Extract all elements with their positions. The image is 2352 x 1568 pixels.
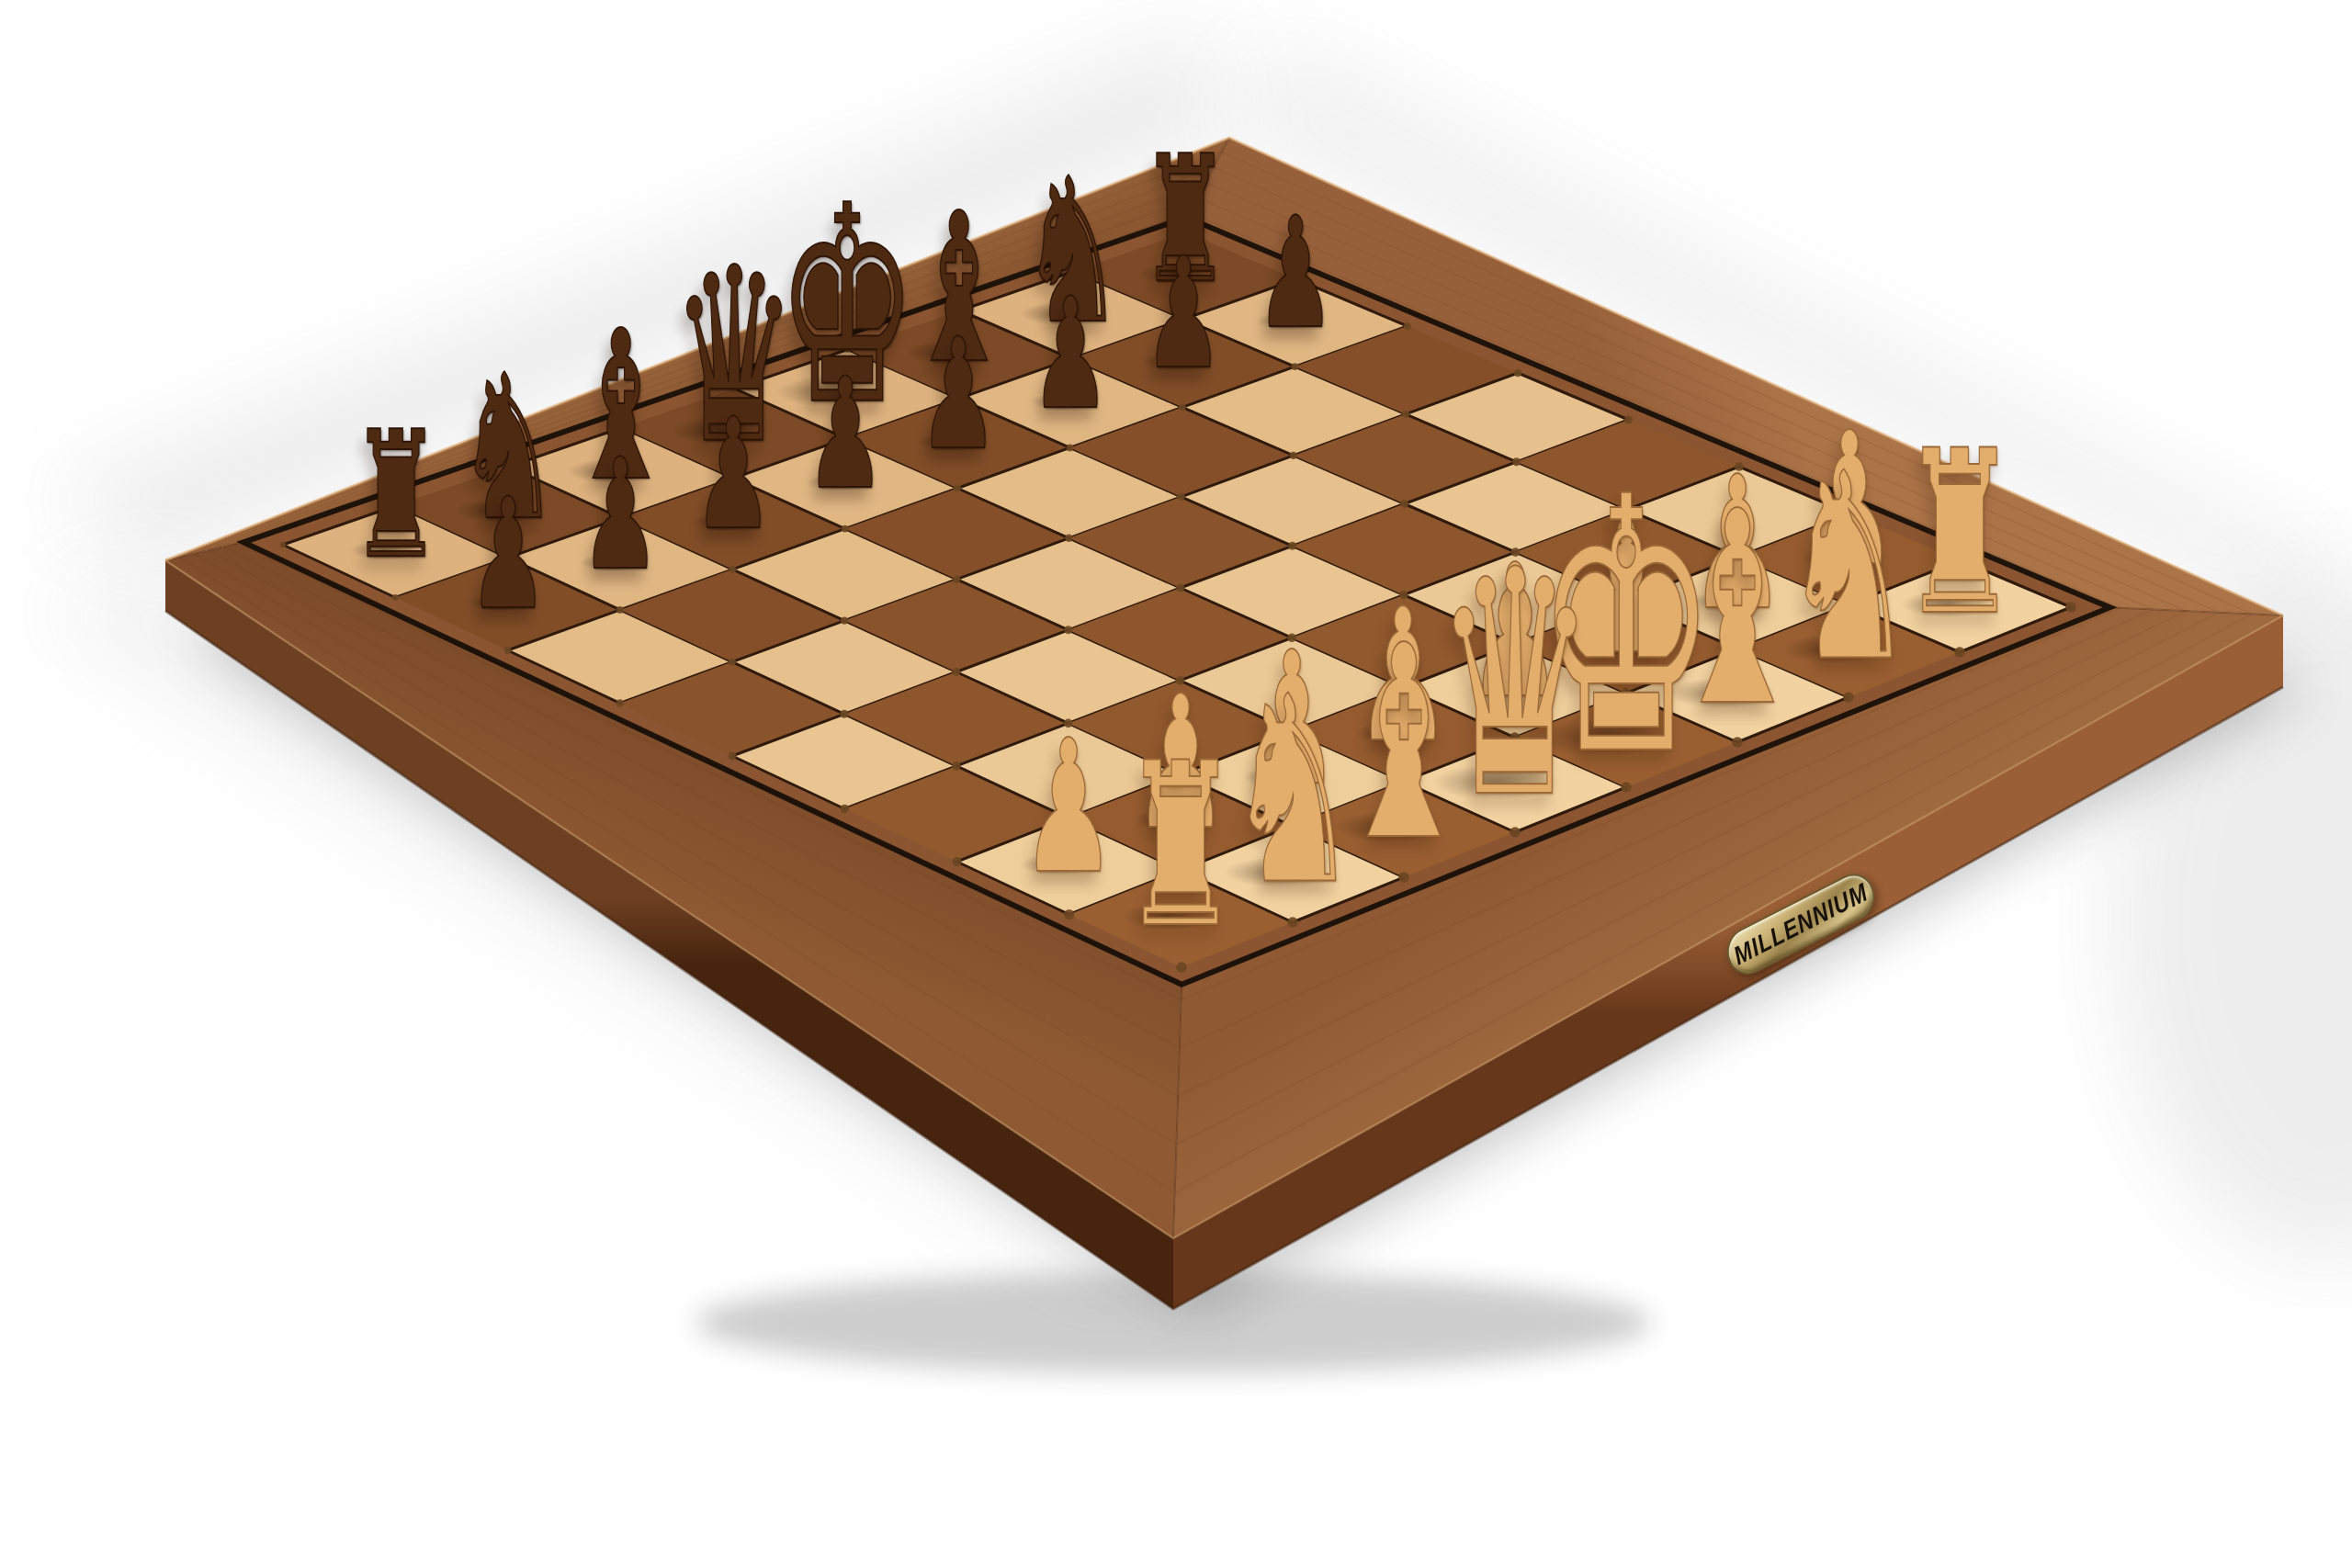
sensor-dot: [1177, 493, 1184, 501]
black-rook-a8[interactable]: ♜: [350, 408, 441, 583]
sensor-dot: [952, 668, 960, 676]
sensor-dot: [953, 576, 960, 583]
sensor-dot: [1179, 403, 1186, 411]
sensor-dot: [1288, 542, 1296, 550]
sensor-dot: [1512, 457, 1521, 466]
sensor-dot: [952, 761, 961, 771]
black-pawn-f7[interactable]: ♟: [1031, 277, 1111, 431]
sensor-dot: [1067, 445, 1074, 452]
black-pawn-h7[interactable]: ♟: [1256, 197, 1336, 351]
sensor-dot: [1290, 452, 1297, 459]
white-rook-h1[interactable]: ♜: [1901, 421, 2018, 647]
sensor-dot: [1404, 322, 1411, 330]
sensor-dot: [842, 525, 849, 533]
sensor-dot: [729, 566, 736, 573]
sensor-dot: [841, 616, 848, 624]
sensor-dot: [841, 805, 850, 814]
sensor-dot: [1400, 500, 1408, 508]
white-rook-a1[interactable]: ♜: [1122, 733, 1239, 959]
sensor-dot: [1064, 626, 1072, 634]
black-pawn-c7[interactable]: ♟: [693, 398, 773, 551]
white-knight-b1[interactable]: ♞: [1225, 662, 1359, 920]
product-photo-stage: ♜♞♟♝♟♚♟♛♟♝♟♞♟♜♟♟♟♟♜♟♞♟♝♟♚♟♛♟♝♟♞♜ MILLENN…: [0, 0, 2352, 1568]
sensor-dot: [729, 752, 737, 761]
black-pawn-e7[interactable]: ♟: [918, 318, 998, 471]
black-pawn-g7[interactable]: ♟: [1143, 237, 1223, 390]
sensor-dot: [1176, 584, 1184, 592]
sensor-dot: [616, 699, 624, 706]
sensor-dot: [1402, 411, 1409, 418]
black-pawn-d7[interactable]: ♟: [806, 358, 886, 512]
sensor-dot: [504, 647, 512, 654]
black-pawn-b7[interactable]: ♟: [581, 438, 661, 592]
sensor-dot: [952, 857, 961, 866]
sensor-dot: [616, 606, 624, 614]
sensor-dot: [729, 658, 736, 665]
white-pawn-a2[interactable]: ♟: [1021, 716, 1116, 899]
sensor-dot: [1514, 369, 1521, 377]
black-pawn-a7[interactable]: ♟: [468, 479, 548, 632]
sensor-dot: [1065, 535, 1072, 542]
sensor-dot: [1291, 363, 1298, 370]
sensor-dot: [954, 485, 961, 492]
sensor-dot: [2065, 602, 2076, 613]
sensor-dot: [280, 542, 286, 547]
sensor-dot: [840, 710, 848, 718]
